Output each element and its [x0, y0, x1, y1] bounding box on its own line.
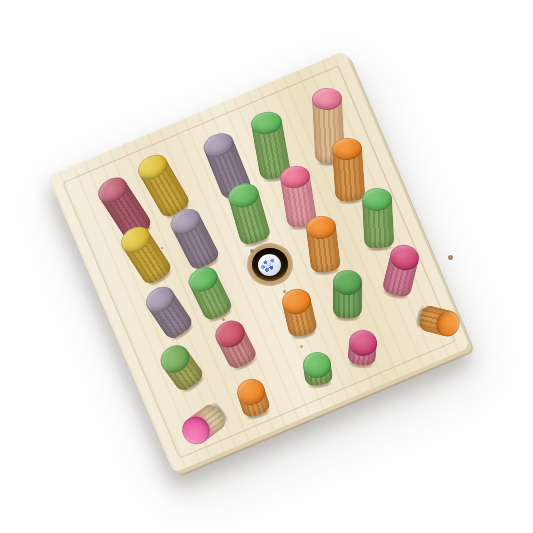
center-hole	[252, 248, 288, 281]
peg-top-face	[333, 270, 362, 295]
peg-r5c4-magenta[interactable]	[346, 329, 378, 379]
photo-background	[0, 0, 533, 533]
peg-r4c4-dark-green[interactable]	[333, 270, 362, 331]
peg-r3c5-green[interactable]	[361, 187, 395, 259]
wood-speck	[448, 255, 453, 260]
color-die[interactable]	[258, 254, 281, 276]
wood-speck	[161, 247, 163, 249]
